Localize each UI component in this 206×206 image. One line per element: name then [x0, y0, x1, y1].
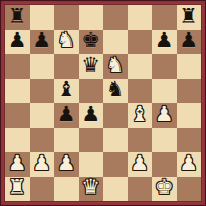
square-c8[interactable] [54, 5, 79, 30]
square-f5[interactable] [128, 79, 153, 104]
piece-black-pawn[interactable]: ♟ [179, 30, 198, 51]
square-g1[interactable]: ♚ [152, 177, 177, 202]
square-a1[interactable]: ♜ [5, 177, 30, 202]
square-c6[interactable] [54, 54, 79, 79]
square-e6[interactable]: ♞ [103, 54, 128, 79]
piece-black-rook[interactable]: ♜ [179, 6, 198, 27]
square-g7[interactable]: ♟ [152, 30, 177, 55]
square-b5[interactable] [30, 79, 55, 104]
square-b2[interactable]: ♟ [30, 152, 55, 177]
square-h1[interactable] [177, 177, 202, 202]
square-c7[interactable]: ♞ [54, 30, 79, 55]
piece-white-knight[interactable]: ♞ [106, 55, 125, 76]
piece-white-pawn[interactable]: ♟ [32, 153, 51, 174]
square-f7[interactable] [128, 30, 153, 55]
square-h6[interactable] [177, 54, 202, 79]
square-c5[interactable]: ♝ [54, 79, 79, 104]
piece-white-pawn[interactable]: ♟ [179, 153, 198, 174]
square-h3[interactable] [177, 128, 202, 153]
square-b8[interactable] [30, 5, 55, 30]
piece-white-pawn[interactable]: ♟ [8, 153, 27, 174]
piece-white-bishop[interactable]: ♝ [130, 104, 149, 125]
square-c2[interactable]: ♟ [54, 152, 79, 177]
square-a4[interactable] [5, 103, 30, 128]
square-d1[interactable]: ♛ [79, 177, 104, 202]
square-e3[interactable] [103, 128, 128, 153]
square-d5[interactable] [79, 79, 104, 104]
square-b4[interactable] [30, 103, 55, 128]
square-b7[interactable]: ♟ [30, 30, 55, 55]
piece-black-pawn[interactable]: ♟ [32, 30, 51, 51]
square-d6[interactable]: ♛ [79, 54, 104, 79]
square-e7[interactable] [103, 30, 128, 55]
square-e8[interactable] [103, 5, 128, 30]
square-f4[interactable]: ♝ [128, 103, 153, 128]
square-e5[interactable]: ♞ [103, 79, 128, 104]
piece-white-knight[interactable]: ♞ [57, 30, 76, 51]
square-f8[interactable] [128, 5, 153, 30]
square-d8[interactable] [79, 5, 104, 30]
piece-black-knight[interactable]: ♞ [106, 79, 125, 100]
piece-black-rook[interactable]: ♜ [8, 6, 27, 27]
square-c1[interactable] [54, 177, 79, 202]
square-d2[interactable] [79, 152, 104, 177]
piece-black-queen[interactable]: ♛ [81, 55, 100, 76]
square-a5[interactable] [5, 79, 30, 104]
square-f2[interactable]: ♟ [128, 152, 153, 177]
square-b1[interactable] [30, 177, 55, 202]
square-e1[interactable] [103, 177, 128, 202]
square-e4[interactable] [103, 103, 128, 128]
piece-black-pawn[interactable]: ♟ [57, 104, 76, 125]
square-h4[interactable] [177, 103, 202, 128]
square-a2[interactable]: ♟ [5, 152, 30, 177]
square-d4[interactable]: ♟ [79, 103, 104, 128]
piece-black-pawn[interactable]: ♟ [8, 30, 27, 51]
square-b6[interactable] [30, 54, 55, 79]
square-c3[interactable] [54, 128, 79, 153]
square-g8[interactable] [152, 5, 177, 30]
square-h5[interactable] [177, 79, 202, 104]
piece-white-pawn[interactable]: ♟ [155, 104, 174, 125]
piece-black-pawn[interactable]: ♟ [155, 30, 174, 51]
piece-white-king[interactable]: ♚ [155, 177, 174, 198]
square-h8[interactable]: ♜ [177, 5, 202, 30]
square-g6[interactable] [152, 54, 177, 79]
square-b3[interactable] [30, 128, 55, 153]
square-f6[interactable] [128, 54, 153, 79]
piece-white-rook[interactable]: ♜ [8, 177, 27, 198]
piece-white-pawn[interactable]: ♟ [57, 153, 76, 174]
square-a8[interactable]: ♜ [5, 5, 30, 30]
square-f3[interactable] [128, 128, 153, 153]
square-e2[interactable] [103, 152, 128, 177]
chess-diagram: ♜♜♟♟♞♚♟♟♛♞♝♞♟♟♝♟♟♟♟♟♟♜♛♚ [0, 0, 206, 206]
square-g5[interactable] [152, 79, 177, 104]
chess-board: ♜♜♟♟♞♚♟♟♛♞♝♞♟♟♝♟♟♟♟♟♟♜♛♚ [5, 5, 201, 201]
piece-black-pawn[interactable]: ♟ [81, 104, 100, 125]
square-h2[interactable]: ♟ [177, 152, 202, 177]
square-f1[interactable] [128, 177, 153, 202]
piece-white-pawn[interactable]: ♟ [130, 153, 149, 174]
square-a7[interactable]: ♟ [5, 30, 30, 55]
square-c4[interactable]: ♟ [54, 103, 79, 128]
piece-black-bishop[interactable]: ♝ [57, 79, 76, 100]
square-g4[interactable]: ♟ [152, 103, 177, 128]
square-h7[interactable]: ♟ [177, 30, 202, 55]
square-a3[interactable] [5, 128, 30, 153]
square-g3[interactable] [152, 128, 177, 153]
piece-white-queen[interactable]: ♛ [81, 177, 100, 198]
piece-black-king[interactable]: ♚ [81, 30, 100, 51]
square-a6[interactable] [5, 54, 30, 79]
square-d3[interactable] [79, 128, 104, 153]
square-g2[interactable] [152, 152, 177, 177]
square-d7[interactable]: ♚ [79, 30, 104, 55]
